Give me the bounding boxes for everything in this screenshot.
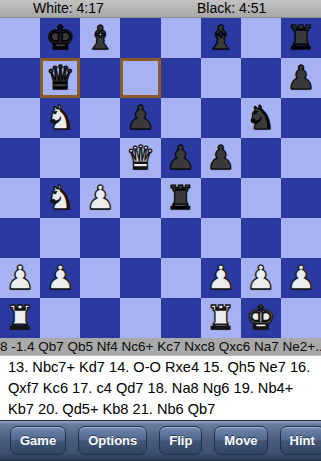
square-g7[interactable]	[241, 58, 281, 98]
black-pawn-h7: ♟	[286, 58, 316, 98]
square-g5[interactable]	[241, 138, 281, 178]
white-knight-b6: ♞	[45, 98, 75, 138]
chess-board[interactable]: ♚♝♝♜♛♟♞♟♞♛♟♟♞♟♜♟♟♟♟♟♜♜♚	[0, 18, 321, 338]
engine-analysis-line: 8 -1.4 Qb7 Qb5 Nf4 Nc6+ Kc7 Nxc8 Qxc6 Na…	[0, 338, 321, 356]
square-d3[interactable]	[120, 218, 160, 258]
square-h6[interactable]	[281, 98, 321, 138]
black-queen-b7: ♛	[45, 58, 75, 98]
square-b7[interactable]: ♛	[40, 58, 80, 98]
black-bishop-f8: ♝	[206, 18, 236, 58]
square-e7[interactable]	[161, 58, 201, 98]
square-f7[interactable]	[201, 58, 241, 98]
square-a3[interactable]	[0, 218, 40, 258]
white-clock: White: 4:17	[33, 0, 104, 17]
white-queen-d5: ♛	[126, 138, 156, 178]
square-e6[interactable]	[161, 98, 201, 138]
square-h2[interactable]: ♟	[281, 258, 321, 298]
white-rook-a1: ♜	[5, 298, 35, 338]
square-b4[interactable]: ♞	[40, 178, 80, 218]
square-h8[interactable]: ♜	[281, 18, 321, 58]
square-a1[interactable]: ♜	[0, 298, 40, 338]
move-list: 13. Nbc7+ Kd7 14. O-O Rxe4 15. Qh5 Ne7 1…	[0, 356, 321, 420]
square-c2[interactable]	[80, 258, 120, 298]
square-a2[interactable]: ♟	[0, 258, 40, 298]
square-c6[interactable]	[80, 98, 120, 138]
white-pawn-g2: ♟	[246, 258, 276, 298]
square-g6[interactable]: ♞	[241, 98, 281, 138]
square-d2[interactable]	[120, 258, 160, 298]
square-f2[interactable]: ♟	[201, 258, 241, 298]
square-c5[interactable]	[80, 138, 120, 178]
square-d1[interactable]	[120, 298, 160, 338]
game-button[interactable]: Game	[10, 426, 66, 455]
square-g8[interactable]	[241, 18, 281, 58]
white-pawn-a2: ♟	[5, 258, 35, 298]
flip-button[interactable]: Flip	[159, 426, 202, 455]
white-king-g1: ♚	[246, 298, 276, 338]
square-f4[interactable]	[201, 178, 241, 218]
square-f8[interactable]: ♝	[201, 18, 241, 58]
square-d5[interactable]: ♛	[120, 138, 160, 178]
square-a7[interactable]	[0, 58, 40, 98]
move-button[interactable]: Move	[214, 426, 267, 455]
square-c1[interactable]	[80, 298, 120, 338]
options-button[interactable]: Options	[78, 426, 147, 455]
square-h4[interactable]	[281, 178, 321, 218]
square-h5[interactable]	[281, 138, 321, 178]
square-f1[interactable]: ♜	[201, 298, 241, 338]
square-e2[interactable]	[161, 258, 201, 298]
square-g2[interactable]: ♟	[241, 258, 281, 298]
square-b6[interactable]: ♞	[40, 98, 80, 138]
chess-app-window: White: 4:17 Black: 4:51 ♚♝♝♜♛♟♞♟♞♛♟♟♞♟♜♟…	[0, 0, 321, 461]
square-g3[interactable]	[241, 218, 281, 258]
square-f6[interactable]	[201, 98, 241, 138]
black-bishop-c8: ♝	[86, 18, 116, 58]
square-a6[interactable]	[0, 98, 40, 138]
square-b2[interactable]: ♟	[40, 258, 80, 298]
white-pawn-f2: ♟	[206, 258, 236, 298]
square-h3[interactable]	[281, 218, 321, 258]
square-e1[interactable]	[161, 298, 201, 338]
black-knight-g6: ♞	[246, 98, 276, 138]
white-rook-f1: ♜	[206, 298, 236, 338]
square-c7[interactable]	[80, 58, 120, 98]
square-a8[interactable]	[0, 18, 40, 58]
square-d7[interactable]	[120, 58, 160, 98]
white-pawn-h2: ♟	[286, 258, 316, 298]
black-pawn-e5: ♟	[166, 138, 196, 178]
square-e4[interactable]: ♜	[161, 178, 201, 218]
square-b8[interactable]: ♚	[40, 18, 80, 58]
clock-bar: White: 4:17 Black: 4:51	[0, 0, 321, 18]
square-f3[interactable]	[201, 218, 241, 258]
square-g1[interactable]: ♚	[241, 298, 281, 338]
square-d6[interactable]: ♟	[120, 98, 160, 138]
square-b3[interactable]	[40, 218, 80, 258]
square-b1[interactable]	[40, 298, 80, 338]
white-pawn-c4: ♟	[86, 178, 116, 218]
square-a5[interactable]	[0, 138, 40, 178]
square-e5[interactable]: ♟	[161, 138, 201, 178]
square-h7[interactable]: ♟	[281, 58, 321, 98]
square-d4[interactable]	[120, 178, 160, 218]
square-c3[interactable]	[80, 218, 120, 258]
black-king-b8: ♚	[45, 18, 75, 58]
square-c4[interactable]: ♟	[80, 178, 120, 218]
square-h1[interactable]	[281, 298, 321, 338]
square-b5[interactable]	[40, 138, 80, 178]
square-f5[interactable]: ♟	[201, 138, 241, 178]
black-pawn-d6: ♟	[126, 98, 156, 138]
bottom-toolbar: Game Options Flip Move Hint	[0, 420, 321, 461]
square-d8[interactable]	[120, 18, 160, 58]
white-pawn-b2: ♟	[45, 258, 75, 298]
white-knight-b4: ♞	[45, 178, 75, 218]
square-g4[interactable]	[241, 178, 281, 218]
square-c8[interactable]: ♝	[80, 18, 120, 58]
black-clock: Black: 4:51	[197, 0, 266, 17]
square-a4[interactable]	[0, 178, 40, 218]
square-e3[interactable]	[161, 218, 201, 258]
hint-button[interactable]: Hint	[280, 426, 321, 455]
square-e8[interactable]	[161, 18, 201, 58]
black-pawn-f5: ♟	[206, 138, 236, 178]
black-rook-h8: ♜	[286, 18, 316, 58]
black-rook-e4: ♜	[166, 178, 196, 218]
